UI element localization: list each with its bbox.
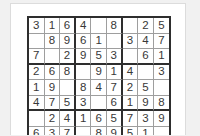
cell-r4c2: 6 — [45, 65, 61, 81]
cell-r2c1 — [29, 34, 45, 50]
cell-r7c2: 2 — [45, 111, 61, 127]
cell-r7c8: 3 — [138, 111, 154, 127]
cell-r2c5: 1 — [91, 34, 107, 50]
cell-r7c1 — [29, 111, 45, 127]
cell-r2c7: 3 — [123, 34, 139, 50]
cell-r6c5 — [91, 96, 107, 112]
cell-r3c7 — [123, 49, 139, 65]
cell-r4c9: 3 — [154, 65, 170, 81]
cell-r3c5: 5 — [91, 49, 107, 65]
cell-r8c2: 3 — [45, 127, 61, 136]
cell-r4c5: 9 — [91, 65, 107, 81]
cell-r3c6: 3 — [107, 49, 123, 65]
cell-r5c3 — [60, 80, 76, 96]
cell-r8c6: 9 — [107, 127, 123, 136]
cell-r8c5: 8 — [91, 127, 107, 136]
cell-r1c3: 6 — [60, 18, 76, 34]
sudoku-board: 3164825896134772953612689143198472547536… — [27, 16, 171, 135]
cell-r1c4: 4 — [76, 18, 92, 34]
cell-r5c8: 5 — [138, 80, 154, 96]
cell-r6c4: 3 — [76, 96, 92, 112]
cell-r4c1: 2 — [29, 65, 45, 81]
cell-r2c6 — [107, 34, 123, 50]
cell-r7c4: 1 — [76, 111, 92, 127]
cell-r3c4: 9 — [76, 49, 92, 65]
cell-r3c9: 1 — [154, 49, 170, 65]
cell-r6c7: 1 — [123, 96, 139, 112]
cell-r5c2: 9 — [45, 80, 61, 96]
cell-r5c1: 1 — [29, 80, 45, 96]
cell-r4c7: 4 — [123, 65, 139, 81]
cell-r5c7: 2 — [123, 80, 139, 96]
cell-r1c9: 5 — [154, 18, 170, 34]
cell-r5c4: 8 — [76, 80, 92, 96]
cell-r1c5 — [91, 18, 107, 34]
cell-r3c8: 6 — [138, 49, 154, 65]
cell-r1c6: 8 — [107, 18, 123, 34]
cell-r2c2: 8 — [45, 34, 61, 50]
cell-r2c4: 6 — [76, 34, 92, 50]
cell-r7c3: 4 — [60, 111, 76, 127]
cell-r6c3: 5 — [60, 96, 76, 112]
cell-r7c9: 9 — [154, 111, 170, 127]
cell-r5c9 — [154, 80, 170, 96]
cell-r8c4 — [76, 127, 92, 136]
cell-r6c8: 9 — [138, 96, 154, 112]
cell-r6c2: 7 — [45, 96, 61, 112]
cell-r6c6: 6 — [107, 96, 123, 112]
cell-r3c1: 7 — [29, 49, 45, 65]
cell-r1c7 — [123, 18, 139, 34]
cell-r5c6: 7 — [107, 80, 123, 96]
cell-r4c6: 1 — [107, 65, 123, 81]
cell-r2c3: 9 — [60, 34, 76, 50]
cell-r8c1: 6 — [29, 127, 45, 136]
cell-r6c1: 4 — [29, 96, 45, 112]
cell-r3c3: 2 — [60, 49, 76, 65]
cell-r7c5: 6 — [91, 111, 107, 127]
cell-r7c7: 7 — [123, 111, 139, 127]
cell-r4c4 — [76, 65, 92, 81]
cell-r2c9: 7 — [154, 34, 170, 50]
cell-r1c1: 3 — [29, 18, 45, 34]
cell-r4c3: 8 — [60, 65, 76, 81]
cell-r8c8: 1 — [138, 127, 154, 136]
cell-r3c2 — [45, 49, 61, 65]
cell-r8c3: 7 — [60, 127, 76, 136]
cell-r6c9: 8 — [154, 96, 170, 112]
cell-r8c7: 5 — [123, 127, 139, 136]
cell-r8c9 — [154, 127, 170, 136]
cell-r5c5: 4 — [91, 80, 107, 96]
cell-r1c2: 1 — [45, 18, 61, 34]
cell-r7c6: 5 — [107, 111, 123, 127]
cell-r1c8: 2 — [138, 18, 154, 34]
cell-r2c8: 4 — [138, 34, 154, 50]
cell-r4c8 — [138, 65, 154, 81]
